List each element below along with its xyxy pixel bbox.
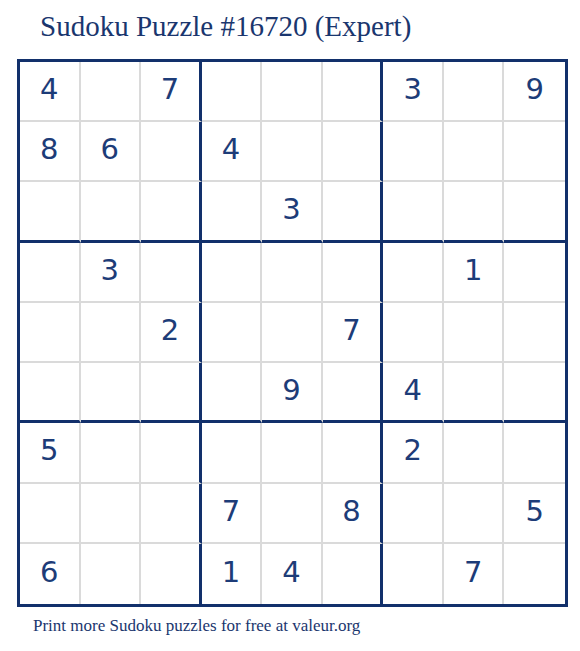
cell-r3c5: 3 [262,182,323,242]
cell-r8c8 [444,484,505,544]
cell-r3c3 [141,182,202,242]
cell-r3c6 [323,182,384,242]
cell-r1c4 [202,62,263,122]
cell-r7c6 [323,423,384,483]
cell-r8c3 [141,484,202,544]
cell-r7c8 [444,423,505,483]
cell-r4c6 [323,243,384,303]
cell-r6c4 [202,363,263,423]
cell-r7c4 [202,423,263,483]
cell-r6c3 [141,363,202,423]
cell-r9c5: 4 [262,544,323,604]
cell-r3c8 [444,182,505,242]
cell-r5c9 [504,303,565,363]
cell-r1c2 [81,62,142,122]
cell-r7c1: 5 [20,423,81,483]
cell-r6c1 [20,363,81,423]
cell-r1c9: 9 [504,62,565,122]
cell-r9c6 [323,544,384,604]
cell-r8c9: 5 [504,484,565,544]
cell-r4c5 [262,243,323,303]
cell-r3c9 [504,182,565,242]
cell-r4c1 [20,243,81,303]
cell-r9c1: 6 [20,544,81,604]
cell-r9c2 [81,544,142,604]
cell-r1c6 [323,62,384,122]
puzzle-title: Sudoku Puzzle #16720 (Expert) [40,10,411,43]
cell-r9c9 [504,544,565,604]
sudoku-page: Sudoku Puzzle #16720 (Expert) 4739864331… [0,0,580,651]
cell-r5c2 [81,303,142,363]
cell-r1c7: 3 [383,62,444,122]
cell-r3c1 [20,182,81,242]
cell-r2c1: 8 [20,122,81,182]
cell-r6c6 [323,363,384,423]
cell-r5c8 [444,303,505,363]
cell-r4c8: 1 [444,243,505,303]
cell-r1c3: 7 [141,62,202,122]
cell-r7c9 [504,423,565,483]
cell-r3c2 [81,182,142,242]
cell-r4c3 [141,243,202,303]
cell-r2c2: 6 [81,122,142,182]
cell-r2c6 [323,122,384,182]
cell-r3c4 [202,182,263,242]
cell-r3c7 [383,182,444,242]
cell-r2c8 [444,122,505,182]
cell-r2c7 [383,122,444,182]
cell-r7c3 [141,423,202,483]
cell-r9c7 [383,544,444,604]
cell-r2c3 [141,122,202,182]
cell-r2c5 [262,122,323,182]
cell-r1c5 [262,62,323,122]
cell-r1c8 [444,62,505,122]
cell-r9c3 [141,544,202,604]
cell-r7c7: 2 [383,423,444,483]
cell-r5c4 [202,303,263,363]
cell-r8c5 [262,484,323,544]
cell-r6c7: 4 [383,363,444,423]
cell-r5c7 [383,303,444,363]
cell-r8c1 [20,484,81,544]
cell-r2c9 [504,122,565,182]
cell-r4c9 [504,243,565,303]
cell-r8c7 [383,484,444,544]
cell-r5c6: 7 [323,303,384,363]
cell-r6c9 [504,363,565,423]
cell-r4c7 [383,243,444,303]
cell-r7c2 [81,423,142,483]
cell-r5c5 [262,303,323,363]
cell-r9c4: 1 [202,544,263,604]
cell-r1c1: 4 [20,62,81,122]
cell-r2c4: 4 [202,122,263,182]
cell-r4c2: 3 [81,243,142,303]
cell-r6c5: 9 [262,363,323,423]
cell-r9c8: 7 [444,544,505,604]
cell-r8c2 [81,484,142,544]
cell-r5c1 [20,303,81,363]
cell-r8c4: 7 [202,484,263,544]
footer-text: Print more Sudoku puzzles for free at va… [33,616,360,636]
cell-r6c8 [444,363,505,423]
cell-r4c4 [202,243,263,303]
cell-r6c2 [81,363,142,423]
cell-r7c5 [262,423,323,483]
cell-r5c3: 2 [141,303,202,363]
cell-r8c6: 8 [323,484,384,544]
sudoku-board: 47398643312794527856147 [17,59,568,607]
